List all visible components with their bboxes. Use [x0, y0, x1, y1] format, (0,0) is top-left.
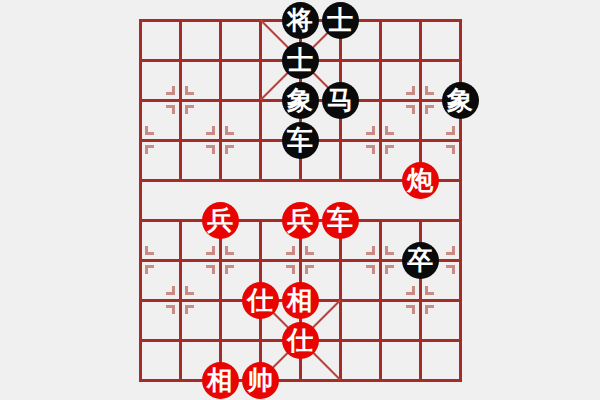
position-marker	[425, 305, 434, 314]
position-marker	[446, 145, 455, 154]
piece-red-general[interactable]: 帅	[242, 362, 279, 399]
position-marker	[286, 246, 295, 255]
position-marker	[406, 305, 415, 314]
position-marker	[385, 126, 394, 135]
position-marker	[406, 105, 415, 114]
position-marker	[305, 246, 314, 255]
position-marker	[145, 265, 154, 274]
position-marker	[446, 126, 455, 135]
position-marker	[166, 86, 175, 95]
position-marker	[185, 286, 194, 295]
position-marker	[185, 305, 194, 314]
position-marker	[366, 246, 375, 255]
file-line	[179, 219, 182, 382]
position-marker	[366, 126, 375, 135]
position-marker	[206, 246, 215, 255]
position-marker	[305, 265, 314, 274]
file-line	[179, 19, 182, 182]
position-marker	[446, 265, 455, 274]
piece-red-soldier[interactable]: 兵	[202, 202, 239, 239]
piece-red-elephant[interactable]: 相	[202, 362, 239, 399]
position-marker	[406, 286, 415, 295]
position-marker	[366, 145, 375, 154]
piece-red-elephant[interactable]: 相	[282, 282, 319, 319]
position-marker	[145, 246, 154, 255]
position-marker	[206, 126, 215, 135]
position-marker	[145, 145, 154, 154]
position-marker	[185, 86, 194, 95]
position-marker	[286, 265, 295, 274]
piece-red-advisor[interactable]: 仕	[282, 322, 319, 359]
piece-red-advisor[interactable]: 仕	[242, 282, 279, 319]
file-line	[219, 219, 222, 382]
position-marker	[166, 305, 175, 314]
piece-black-soldier[interactable]: 卒	[402, 242, 439, 279]
position-marker	[366, 265, 375, 274]
piece-red-chariot[interactable]: 车	[322, 202, 359, 239]
position-marker	[446, 246, 455, 255]
file-line	[379, 219, 382, 382]
position-marker	[225, 145, 234, 154]
piece-black-chariot[interactable]: 车	[282, 122, 319, 159]
position-marker	[166, 286, 175, 295]
piece-black-elephant[interactable]: 象	[282, 82, 319, 119]
position-marker	[206, 265, 215, 274]
piece-black-advisor[interactable]: 士	[322, 2, 359, 39]
position-marker	[425, 86, 434, 95]
position-marker	[145, 126, 154, 135]
file-line	[459, 19, 462, 382]
file-line	[219, 19, 222, 182]
position-marker	[425, 105, 434, 114]
xiangqi-screenshot: 将士士象马象车炮兵兵车卒仕相仕相帅	[0, 0, 600, 400]
file-line	[379, 19, 382, 182]
piece-black-horse[interactable]: 马	[322, 82, 359, 119]
piece-red-cannon[interactable]: 炮	[402, 162, 439, 199]
position-marker	[225, 126, 234, 135]
piece-red-soldier[interactable]: 兵	[282, 202, 319, 239]
position-marker	[185, 105, 194, 114]
xiangqi-board[interactable]: 将士士象马象车炮兵兵车卒仕相仕相帅	[120, 0, 480, 400]
file-line	[419, 19, 422, 182]
piece-black-elephant[interactable]: 象	[442, 82, 479, 119]
file-line	[139, 19, 142, 382]
position-marker	[406, 86, 415, 95]
position-marker	[385, 265, 394, 274]
position-marker	[425, 286, 434, 295]
position-marker	[385, 246, 394, 255]
position-marker	[385, 145, 394, 154]
position-marker	[206, 145, 215, 154]
position-marker	[166, 105, 175, 114]
position-marker	[225, 246, 234, 255]
piece-black-general[interactable]: 将	[282, 2, 319, 39]
position-marker	[225, 265, 234, 274]
piece-black-advisor[interactable]: 士	[282, 42, 319, 79]
